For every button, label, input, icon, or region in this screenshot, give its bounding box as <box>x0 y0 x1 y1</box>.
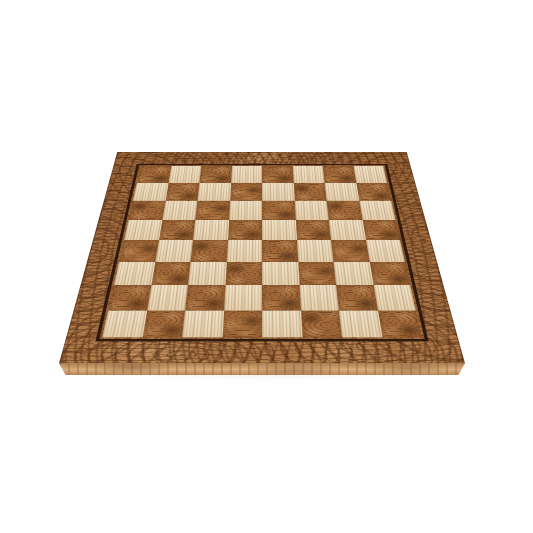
square-r2c8 <box>356 183 391 201</box>
square-r4c8 <box>362 220 400 240</box>
square-r1c3 <box>199 166 231 183</box>
square-r8c6 <box>300 310 341 337</box>
square-r6c7 <box>333 262 373 285</box>
square-r4c5 <box>262 220 297 240</box>
square-r7c1 <box>108 285 151 310</box>
square-r6c5 <box>262 262 299 285</box>
square-r4c2 <box>159 220 196 240</box>
square-r3c8 <box>359 201 396 220</box>
square-r2c6 <box>293 183 326 201</box>
square-r5c1 <box>119 240 158 262</box>
square-r5c7 <box>331 240 369 262</box>
square-r2c2 <box>165 183 199 201</box>
square-r5c2 <box>155 240 193 262</box>
square-r8c8 <box>377 310 422 337</box>
square-r2c5 <box>262 183 294 201</box>
square-r7c6 <box>299 285 339 310</box>
square-r8c3 <box>182 310 223 337</box>
square-r7c5 <box>262 285 300 310</box>
board-grid <box>102 166 422 337</box>
square-r8c4 <box>222 310 262 337</box>
square-r7c7 <box>336 285 377 310</box>
square-r7c8 <box>373 285 416 310</box>
square-r3c2 <box>162 201 197 220</box>
square-r6c3 <box>188 262 226 285</box>
square-r6c8 <box>369 262 410 285</box>
square-r1c5 <box>262 166 293 183</box>
square-r3c7 <box>327 201 362 220</box>
square-r6c1 <box>114 262 155 285</box>
inlay-line-frame <box>95 164 428 342</box>
square-r8c7 <box>339 310 382 337</box>
square-r2c1 <box>133 183 168 201</box>
square-r1c4 <box>231 166 262 183</box>
square-r1c6 <box>292 166 324 183</box>
product-photo <box>0 0 533 533</box>
square-r3c5 <box>262 201 295 220</box>
square-r2c3 <box>197 183 230 201</box>
square-r4c6 <box>295 220 331 240</box>
square-r2c7 <box>325 183 359 201</box>
square-r4c3 <box>193 220 229 240</box>
square-r5c5 <box>262 240 298 262</box>
square-r4c7 <box>329 220 366 240</box>
square-r4c4 <box>228 220 263 240</box>
square-r3c6 <box>294 201 328 220</box>
chess-board <box>59 152 465 364</box>
board-frame <box>59 152 465 364</box>
square-r8c2 <box>142 310 185 337</box>
square-r6c6 <box>298 262 336 285</box>
square-r1c7 <box>323 166 356 183</box>
square-r5c4 <box>226 240 262 262</box>
square-r8c1 <box>102 310 147 337</box>
square-r3c4 <box>229 201 262 220</box>
square-r3c1 <box>129 201 166 220</box>
square-r7c2 <box>147 285 188 310</box>
board-front-edge <box>59 363 465 375</box>
square-r1c1 <box>137 166 171 183</box>
square-r7c4 <box>224 285 262 310</box>
square-r1c2 <box>168 166 201 183</box>
square-r3c3 <box>195 201 229 220</box>
square-r5c6 <box>297 240 334 262</box>
square-r2c4 <box>230 183 262 201</box>
square-r5c3 <box>191 240 228 262</box>
square-r8c5 <box>262 310 302 337</box>
square-r6c4 <box>225 262 262 285</box>
square-r1c8 <box>353 166 387 183</box>
square-r5c8 <box>366 240 405 262</box>
square-r6c2 <box>151 262 191 285</box>
square-r4c1 <box>124 220 162 240</box>
square-r7c3 <box>185 285 225 310</box>
